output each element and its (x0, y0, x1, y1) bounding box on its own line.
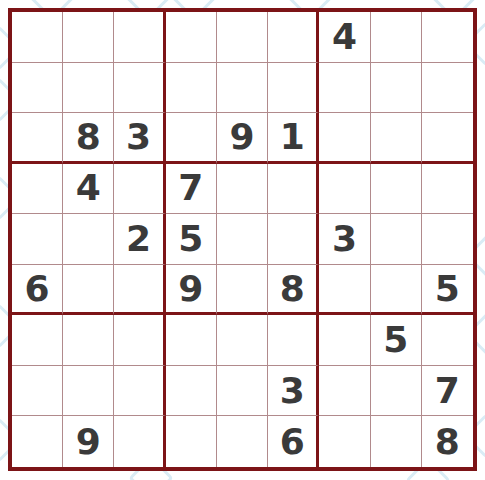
cell-r7c7[interactable] (319, 315, 370, 366)
cell-r4c8[interactable] (371, 164, 422, 215)
cell-r8c7[interactable] (319, 366, 370, 417)
cell-r8c8[interactable] (371, 366, 422, 417)
cell-r9c8[interactable] (371, 416, 422, 467)
cell-r5c4[interactable]: 5 (166, 214, 217, 265)
cell-r1c2[interactable] (63, 12, 114, 63)
cell-r4c1[interactable] (12, 164, 63, 215)
cell-r3c2[interactable]: 8 (63, 113, 114, 164)
cell-r4c2[interactable]: 4 (63, 164, 114, 215)
cell-r9c1[interactable] (12, 416, 63, 467)
cell-r1c8[interactable] (371, 12, 422, 63)
cell-r1c4[interactable] (166, 12, 217, 63)
cell-r5c9[interactable] (422, 214, 473, 265)
cell-r6c3[interactable] (114, 265, 165, 316)
cell-r1c7[interactable]: 4 (319, 12, 370, 63)
cell-r3c4[interactable] (166, 113, 217, 164)
cell-r1c9[interactable] (422, 12, 473, 63)
cell-r4c3[interactable] (114, 164, 165, 215)
cell-r4c5[interactable] (217, 164, 268, 215)
cell-r9c9[interactable]: 8 (422, 416, 473, 467)
cell-r7c6[interactable] (268, 315, 319, 366)
cell-r2c1[interactable] (12, 63, 63, 114)
cell-r2c4[interactable] (166, 63, 217, 114)
cell-r5c6[interactable] (268, 214, 319, 265)
cell-r8c4[interactable] (166, 366, 217, 417)
cell-r5c2[interactable] (63, 214, 114, 265)
cell-r6c7[interactable] (319, 265, 370, 316)
cell-r5c3[interactable]: 2 (114, 214, 165, 265)
cell-r9c5[interactable] (217, 416, 268, 467)
cell-r6c8[interactable] (371, 265, 422, 316)
cell-r6c6[interactable]: 8 (268, 265, 319, 316)
cell-r1c1[interactable] (12, 12, 63, 63)
cell-r9c2[interactable]: 9 (63, 416, 114, 467)
cell-r6c5[interactable] (217, 265, 268, 316)
cell-r2c5[interactable] (217, 63, 268, 114)
cell-r8c6[interactable]: 3 (268, 366, 319, 417)
cell-r5c5[interactable] (217, 214, 268, 265)
cell-r5c8[interactable] (371, 214, 422, 265)
cell-r7c2[interactable] (63, 315, 114, 366)
cell-r1c3[interactable] (114, 12, 165, 63)
cell-r7c8[interactable]: 5 (371, 315, 422, 366)
cell-r6c4[interactable]: 9 (166, 265, 217, 316)
sudoku-board: 48391472536985537968 (8, 8, 477, 471)
cell-r8c5[interactable] (217, 366, 268, 417)
cell-r8c9[interactable]: 7 (422, 366, 473, 417)
cell-r5c1[interactable] (12, 214, 63, 265)
cell-r3c3[interactable]: 3 (114, 113, 165, 164)
cell-r8c1[interactable] (12, 366, 63, 417)
cell-r6c2[interactable] (63, 265, 114, 316)
cell-r3c9[interactable] (422, 113, 473, 164)
page: 48391472536985537968 (0, 0, 485, 480)
cell-r9c3[interactable] (114, 416, 165, 467)
cell-r9c6[interactable]: 6 (268, 416, 319, 467)
cell-r9c4[interactable] (166, 416, 217, 467)
cell-r4c9[interactable] (422, 164, 473, 215)
cell-r3c1[interactable] (12, 113, 63, 164)
cell-r2c9[interactable] (422, 63, 473, 114)
cell-r1c5[interactable] (217, 12, 268, 63)
cell-r5c7[interactable]: 3 (319, 214, 370, 265)
cell-r3c7[interactable] (319, 113, 370, 164)
cell-r7c4[interactable] (166, 315, 217, 366)
cell-r7c9[interactable] (422, 315, 473, 366)
cell-r4c6[interactable] (268, 164, 319, 215)
cell-r3c6[interactable]: 1 (268, 113, 319, 164)
cell-r7c5[interactable] (217, 315, 268, 366)
cell-r6c9[interactable]: 5 (422, 265, 473, 316)
cell-r2c8[interactable] (371, 63, 422, 114)
cell-r1c6[interactable] (268, 12, 319, 63)
cell-r2c7[interactable] (319, 63, 370, 114)
cell-r4c4[interactable]: 7 (166, 164, 217, 215)
cell-r7c1[interactable] (12, 315, 63, 366)
cell-r7c3[interactable] (114, 315, 165, 366)
cell-r8c3[interactable] (114, 366, 165, 417)
cell-r2c6[interactable] (268, 63, 319, 114)
cell-r6c1[interactable]: 6 (12, 265, 63, 316)
cell-r9c7[interactable] (319, 416, 370, 467)
cell-r2c2[interactable] (63, 63, 114, 114)
cell-r8c2[interactable] (63, 366, 114, 417)
cell-r3c8[interactable] (371, 113, 422, 164)
cell-r4c7[interactable] (319, 164, 370, 215)
cell-r3c5[interactable]: 9 (217, 113, 268, 164)
cell-r2c3[interactable] (114, 63, 165, 114)
